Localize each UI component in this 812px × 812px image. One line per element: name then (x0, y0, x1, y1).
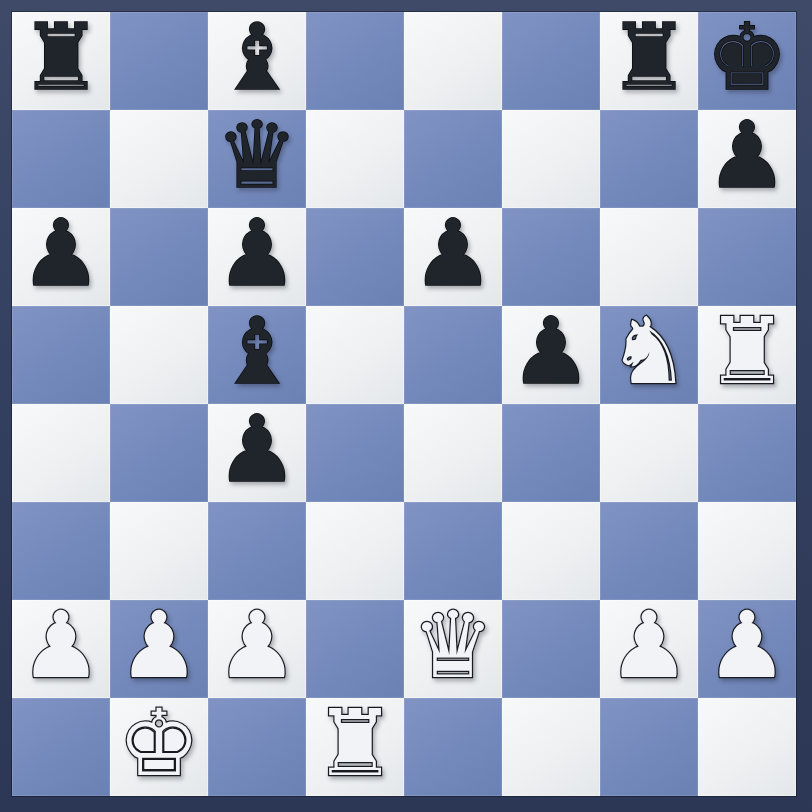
square-d8[interactable] (306, 12, 404, 110)
square-b4[interactable] (110, 404, 208, 502)
square-e7[interactable] (404, 110, 502, 208)
square-a4[interactable] (12, 404, 110, 502)
square-d1[interactable]: ♜ (306, 698, 404, 796)
square-a1[interactable] (12, 698, 110, 796)
white-pawn[interactable]: ♟ (216, 600, 298, 692)
square-f7[interactable] (502, 110, 600, 208)
square-h1[interactable] (698, 698, 796, 796)
square-a2[interactable]: ♟ (12, 600, 110, 698)
chess-board: ♜♝♜♚♛♟♟♟♟♝♟♞♜♟♟♟♟♛♟♟♚♜ (12, 12, 796, 796)
white-pawn[interactable]: ♟ (118, 600, 200, 692)
square-b2[interactable]: ♟ (110, 600, 208, 698)
square-c8[interactable]: ♝ (208, 12, 306, 110)
square-d2[interactable] (306, 600, 404, 698)
square-c7[interactable]: ♛ (208, 110, 306, 208)
square-b8[interactable] (110, 12, 208, 110)
square-c2[interactable]: ♟ (208, 600, 306, 698)
square-f8[interactable] (502, 12, 600, 110)
square-e4[interactable] (404, 404, 502, 502)
black-rook[interactable]: ♜ (608, 12, 690, 104)
square-g5[interactable]: ♞ (600, 306, 698, 404)
square-b7[interactable] (110, 110, 208, 208)
square-g1[interactable] (600, 698, 698, 796)
black-queen[interactable]: ♛ (216, 110, 298, 202)
square-h2[interactable]: ♟ (698, 600, 796, 698)
square-d5[interactable] (306, 306, 404, 404)
black-bishop[interactable]: ♝ (216, 12, 298, 104)
square-h8[interactable]: ♚ (698, 12, 796, 110)
square-f3[interactable] (502, 502, 600, 600)
square-f5[interactable]: ♟ (502, 306, 600, 404)
square-f6[interactable] (502, 208, 600, 306)
square-e8[interactable] (404, 12, 502, 110)
white-queen[interactable]: ♛ (412, 600, 494, 692)
square-g6[interactable] (600, 208, 698, 306)
square-h4[interactable] (698, 404, 796, 502)
white-king[interactable]: ♚ (118, 698, 200, 790)
black-pawn[interactable]: ♟ (412, 208, 494, 300)
white-pawn[interactable]: ♟ (706, 600, 788, 692)
black-pawn[interactable]: ♟ (216, 404, 298, 496)
square-b3[interactable] (110, 502, 208, 600)
square-c6[interactable]: ♟ (208, 208, 306, 306)
square-a5[interactable] (12, 306, 110, 404)
black-pawn[interactable]: ♟ (706, 110, 788, 202)
square-g7[interactable] (600, 110, 698, 208)
square-a8[interactable]: ♜ (12, 12, 110, 110)
square-c5[interactable]: ♝ (208, 306, 306, 404)
square-a7[interactable] (12, 110, 110, 208)
square-c3[interactable] (208, 502, 306, 600)
white-rook[interactable]: ♜ (706, 306, 788, 398)
square-e2[interactable]: ♛ (404, 600, 502, 698)
square-f2[interactable] (502, 600, 600, 698)
square-f4[interactable] (502, 404, 600, 502)
square-a3[interactable] (12, 502, 110, 600)
white-knight[interactable]: ♞ (608, 306, 690, 398)
board-frame: ♜♝♜♚♛♟♟♟♟♝♟♞♜♟♟♟♟♛♟♟♚♜ (0, 0, 812, 812)
black-rook[interactable]: ♜ (20, 12, 102, 104)
square-g8[interactable]: ♜ (600, 12, 698, 110)
square-d3[interactable] (306, 502, 404, 600)
square-f1[interactable] (502, 698, 600, 796)
square-a6[interactable]: ♟ (12, 208, 110, 306)
square-e6[interactable]: ♟ (404, 208, 502, 306)
black-pawn[interactable]: ♟ (510, 306, 592, 398)
square-g3[interactable] (600, 502, 698, 600)
black-pawn[interactable]: ♟ (20, 208, 102, 300)
square-d7[interactable] (306, 110, 404, 208)
black-bishop[interactable]: ♝ (216, 306, 298, 398)
white-pawn[interactable]: ♟ (608, 600, 690, 692)
square-g2[interactable]: ♟ (600, 600, 698, 698)
square-h5[interactable]: ♜ (698, 306, 796, 404)
square-d6[interactable] (306, 208, 404, 306)
square-d4[interactable] (306, 404, 404, 502)
square-c4[interactable]: ♟ (208, 404, 306, 502)
black-king[interactable]: ♚ (706, 12, 788, 104)
square-h6[interactable] (698, 208, 796, 306)
square-h3[interactable] (698, 502, 796, 600)
square-b1[interactable]: ♚ (110, 698, 208, 796)
square-h7[interactable]: ♟ (698, 110, 796, 208)
square-e5[interactable] (404, 306, 502, 404)
white-pawn[interactable]: ♟ (20, 600, 102, 692)
white-rook[interactable]: ♜ (314, 698, 396, 790)
black-pawn[interactable]: ♟ (216, 208, 298, 300)
square-b5[interactable] (110, 306, 208, 404)
square-b6[interactable] (110, 208, 208, 306)
square-c1[interactable] (208, 698, 306, 796)
square-e1[interactable] (404, 698, 502, 796)
square-e3[interactable] (404, 502, 502, 600)
square-g4[interactable] (600, 404, 698, 502)
